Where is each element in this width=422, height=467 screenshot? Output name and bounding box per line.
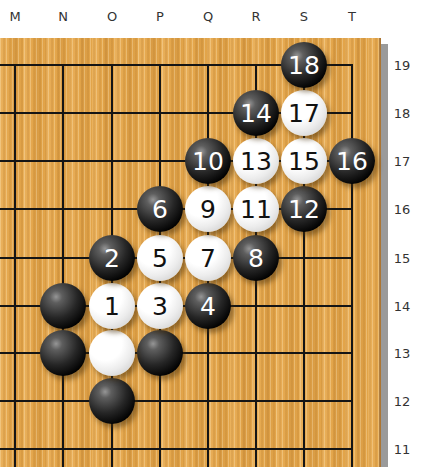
stone-number: 1: [104, 294, 120, 319]
row-label-12: 12: [394, 395, 411, 408]
grid-line-col-N: [62, 64, 64, 467]
stone-number: 10: [192, 149, 224, 174]
row-label-18: 18: [394, 107, 411, 120]
stone-number: 9: [200, 197, 216, 222]
stone-number: 15: [288, 149, 320, 174]
stone-black-P13[interactable]: [137, 330, 183, 376]
stone-white-O13[interactable]: [89, 330, 135, 376]
column-label-S: S: [300, 10, 308, 23]
column-label-Q: Q: [203, 10, 213, 23]
stone-number: 8: [248, 246, 264, 271]
stone-number: 6: [152, 197, 168, 222]
stone-white-P14-move-3[interactable]: 3: [137, 283, 183, 329]
stone-white-R17-move-13[interactable]: 13: [233, 138, 279, 184]
grid-line-col-M: [14, 64, 16, 467]
row-label-19: 19: [394, 59, 411, 72]
stone-white-S18-move-17[interactable]: 17: [281, 90, 327, 136]
column-label-O: O: [107, 10, 117, 23]
go-diagram: MNOPQRST191817161514131211 1234567891011…: [0, 0, 422, 467]
stone-black-P16-move-6[interactable]: 6: [137, 186, 183, 232]
stone-number: 3: [152, 294, 168, 319]
stone-white-Q15-move-7[interactable]: 7: [185, 235, 231, 281]
stone-black-O12[interactable]: [89, 378, 135, 424]
stone-white-O14-move-1[interactable]: 1: [89, 283, 135, 329]
stone-number: 17: [288, 101, 320, 126]
stone-number: 14: [240, 101, 272, 126]
row-label-11: 11: [394, 443, 411, 456]
column-label-R: R: [251, 10, 260, 23]
stone-white-S17-move-15[interactable]: 15: [281, 138, 327, 184]
stone-number: 12: [288, 197, 320, 222]
grid-line-col-T: [351, 64, 353, 467]
stone-number: 7: [200, 246, 216, 271]
row-label-16: 16: [394, 203, 411, 216]
row-label-17: 17: [394, 155, 411, 168]
stone-black-O15-move-2[interactable]: 2: [89, 235, 135, 281]
stone-black-R15-move-8[interactable]: 8: [233, 235, 279, 281]
grid-line-row-11: [0, 448, 353, 450]
stone-black-T17-move-16[interactable]: 16: [329, 138, 375, 184]
row-label-14: 14: [394, 300, 411, 313]
stone-white-Q16-move-9[interactable]: 9: [185, 186, 231, 232]
stone-number: 16: [336, 149, 368, 174]
stone-number: 13: [240, 149, 272, 174]
stone-black-N13[interactable]: [40, 330, 86, 376]
stone-number: 18: [288, 53, 320, 78]
column-label-P: P: [156, 10, 164, 23]
stone-black-N14[interactable]: [40, 283, 86, 329]
stone-number: 2: [104, 246, 120, 271]
stone-number: 4: [200, 294, 216, 319]
column-label-M: M: [9, 10, 20, 23]
stone-white-P15-move-5[interactable]: 5: [137, 235, 183, 281]
row-label-13: 13: [394, 347, 411, 360]
row-label-15: 15: [394, 252, 411, 265]
grid-line-row-12: [0, 400, 353, 402]
stone-white-R16-move-11[interactable]: 11: [233, 186, 279, 232]
stone-number: 5: [152, 246, 168, 271]
stone-black-S16-move-12[interactable]: 12: [281, 186, 327, 232]
column-label-N: N: [58, 10, 68, 23]
board-edge-shadow: [381, 44, 388, 467]
stone-black-S19-move-18[interactable]: 18: [281, 42, 327, 88]
stone-black-Q14-move-4[interactable]: 4: [185, 283, 231, 329]
column-label-T: T: [348, 10, 356, 23]
stone-number: 11: [240, 197, 272, 222]
stone-black-R18-move-14[interactable]: 14: [233, 90, 279, 136]
stone-black-Q17-move-10[interactable]: 10: [185, 138, 231, 184]
